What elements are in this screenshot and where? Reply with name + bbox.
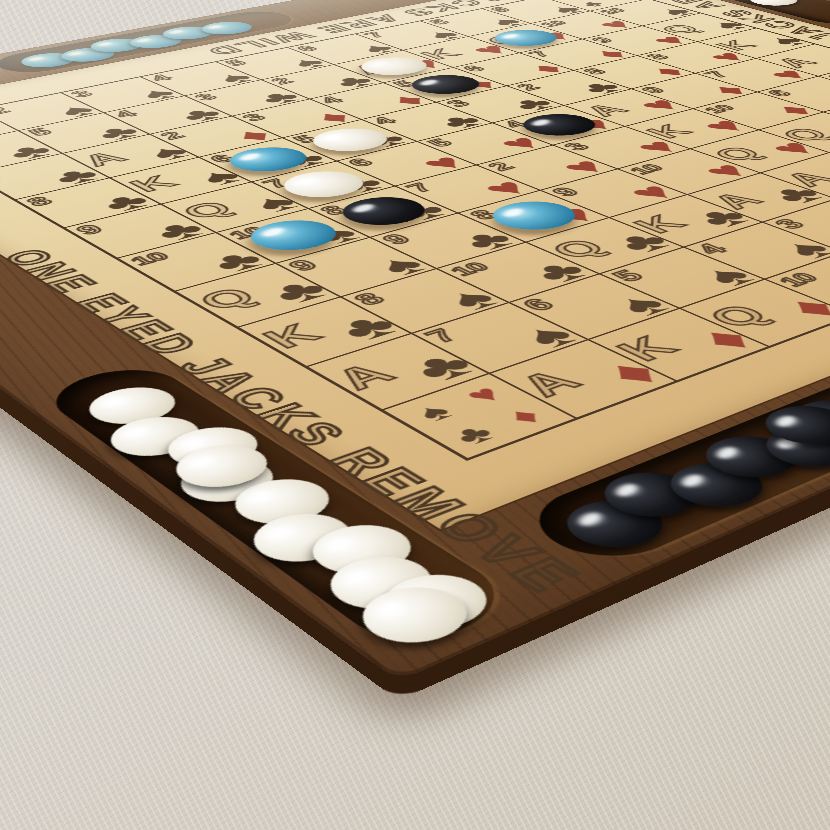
card-rank: 10 bbox=[537, 20, 570, 28]
card-rank: 10 bbox=[596, 7, 628, 15]
card-rank: 8 bbox=[22, 195, 56, 208]
card-rank: 3 bbox=[67, 89, 96, 99]
card-rank: Q bbox=[191, 285, 264, 315]
card-rank: K bbox=[255, 321, 329, 353]
card-rank: 9 bbox=[71, 223, 107, 237]
card-rank: A bbox=[325, 360, 403, 395]
card-rank: 5 bbox=[25, 127, 55, 138]
card-rank: 10 bbox=[446, 260, 494, 278]
heart-icon: ♥ bbox=[823, 85, 830, 103]
scene: { "game": { "name": "Sequence (One Eyed … bbox=[0, 0, 830, 830]
card-rank: 7 bbox=[0, 169, 9, 181]
card-rank: 2 bbox=[0, 106, 12, 116]
